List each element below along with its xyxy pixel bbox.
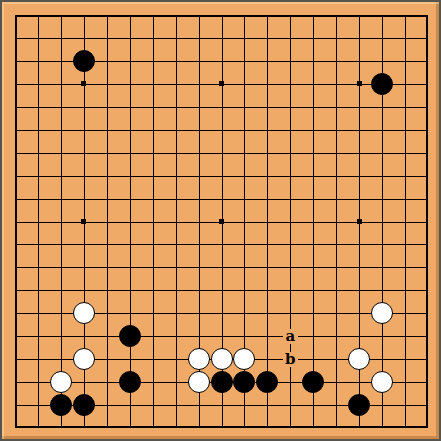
black-stone-F3[interactable]	[119, 371, 141, 393]
white-stone-J4[interactable]	[188, 348, 210, 370]
star-point	[81, 81, 86, 86]
grid-line-vertical	[313, 15, 314, 428]
grid-line-horizontal	[15, 290, 428, 291]
white-stone-J3[interactable]	[188, 371, 210, 393]
black-stone-M3[interactable]	[256, 371, 278, 393]
white-stone-C3[interactable]	[50, 371, 72, 393]
star-point	[219, 219, 224, 224]
white-stone-K4[interactable]	[211, 348, 233, 370]
grid-line-vertical	[426, 15, 428, 428]
black-stone-D17[interactable]	[73, 50, 95, 72]
grid-line-vertical	[405, 15, 406, 428]
star-point	[81, 219, 86, 224]
grid-line-horizontal	[15, 426, 428, 428]
black-stone-D2[interactable]	[73, 394, 95, 416]
black-stone-R16[interactable]	[371, 73, 393, 95]
black-stone-K3[interactable]	[211, 371, 233, 393]
point-label-b: b	[283, 352, 298, 367]
white-stone-L4[interactable]	[233, 348, 255, 370]
white-stone-D4[interactable]	[73, 348, 95, 370]
black-stone-O3[interactable]	[302, 371, 324, 393]
black-stone-Q2[interactable]	[348, 394, 370, 416]
black-stone-C2[interactable]	[50, 394, 72, 416]
go-board[interactable]: ab	[0, 0, 441, 441]
star-point	[357, 219, 362, 224]
grid-line-horizontal	[15, 336, 428, 337]
grid-line-horizontal	[15, 244, 428, 245]
black-stone-F5[interactable]	[119, 325, 141, 347]
board-grid: ab	[15, 15, 428, 428]
grid-line-horizontal	[15, 267, 428, 268]
point-label-a: a	[283, 329, 298, 344]
white-stone-Q4[interactable]	[348, 348, 370, 370]
white-stone-D6[interactable]	[73, 302, 95, 324]
white-stone-R6[interactable]	[371, 302, 393, 324]
grid-line-vertical	[267, 15, 268, 428]
star-point	[357, 81, 362, 86]
white-stone-R3[interactable]	[371, 371, 393, 393]
star-point	[219, 81, 224, 86]
black-stone-L3[interactable]	[233, 371, 255, 393]
grid-line-vertical	[336, 15, 337, 428]
